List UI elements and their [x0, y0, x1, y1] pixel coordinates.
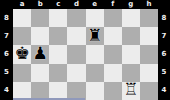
file-label-h: h [140, 0, 158, 9]
file-label-d: d [67, 0, 85, 9]
square-f8[interactable] [104, 9, 122, 27]
file-label-f: f [104, 0, 122, 9]
rank-label-5: 5 [158, 64, 170, 82]
square-a7[interactable] [13, 27, 31, 45]
rank-label-6: 6 [0, 45, 13, 63]
square-b7[interactable] [31, 27, 49, 45]
rank-label-7: 7 [158, 27, 170, 45]
square-e4[interactable] [86, 82, 104, 100]
square-c6[interactable] [49, 45, 67, 63]
square-e6[interactable] [86, 45, 104, 63]
square-f5[interactable] [104, 64, 122, 82]
square-e8[interactable] [86, 9, 104, 27]
square-a5[interactable] [13, 64, 31, 82]
chess-board: ♜♚♟♖ [13, 9, 158, 100]
file-label-g: g [122, 0, 140, 9]
square-a8[interactable] [13, 9, 31, 27]
square-c8[interactable] [49, 9, 67, 27]
rank-label-6: 6 [158, 45, 170, 63]
rank-labels-right: 87654 [158, 9, 170, 100]
square-h7[interactable] [140, 27, 158, 45]
square-g4[interactable]: ♖ [122, 82, 140, 100]
square-b8[interactable] [31, 9, 49, 27]
file-label-b: b [31, 0, 49, 9]
square-f6[interactable] [104, 45, 122, 63]
black-pawn[interactable]: ♟ [33, 45, 48, 62]
file-label-a: a [13, 0, 31, 9]
square-g8[interactable] [122, 9, 140, 27]
square-d7[interactable] [67, 27, 85, 45]
square-h5[interactable] [140, 64, 158, 82]
square-a6[interactable]: ♚ [13, 45, 31, 63]
square-h6[interactable] [140, 45, 158, 63]
rank-label-7: 7 [0, 27, 13, 45]
square-f7[interactable] [104, 27, 122, 45]
square-d8[interactable] [67, 9, 85, 27]
square-d5[interactable] [67, 64, 85, 82]
rank-label-8: 8 [0, 9, 13, 27]
square-d6[interactable] [67, 45, 85, 63]
rank-labels-left: 87654 [0, 9, 13, 100]
square-h4[interactable] [140, 82, 158, 100]
rank-label-4: 4 [158, 82, 170, 100]
rank-label-5: 5 [0, 64, 13, 82]
white-rook[interactable]: ♖ [123, 82, 138, 99]
square-g7[interactable] [122, 27, 140, 45]
square-g6[interactable] [122, 45, 140, 63]
black-king[interactable]: ♚ [14, 45, 29, 62]
square-b6[interactable]: ♟ [31, 45, 49, 63]
square-c7[interactable] [49, 27, 67, 45]
chess-diagram: abcdefgh 87654 87654 ♜♚♟♖ [0, 0, 170, 100]
black-rook[interactable]: ♜ [87, 27, 102, 44]
square-e5[interactable] [86, 64, 104, 82]
rank-label-4: 4 [0, 82, 13, 100]
file-label-e: e [86, 0, 104, 9]
square-b5[interactable] [31, 64, 49, 82]
rank-label-8: 8 [158, 9, 170, 27]
file-labels: abcdefgh [13, 0, 158, 9]
square-h8[interactable] [140, 9, 158, 27]
square-e7[interactable]: ♜ [86, 27, 104, 45]
square-f4[interactable] [104, 82, 122, 100]
square-g5[interactable] [122, 64, 140, 82]
bottom-edge-strip [13, 98, 85, 100]
square-c5[interactable] [49, 64, 67, 82]
file-label-c: c [49, 0, 67, 9]
